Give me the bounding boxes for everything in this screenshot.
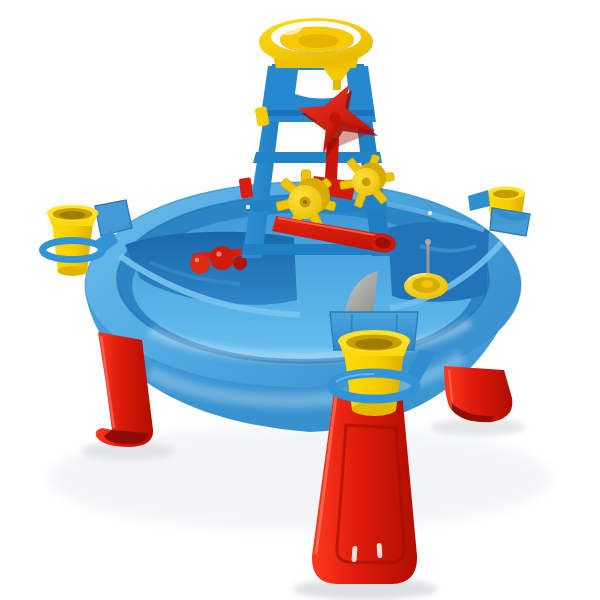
product-photo-stage bbox=[0, 0, 600, 600]
activity-table-illustration bbox=[0, 0, 600, 600]
funnel-tray bbox=[259, 18, 373, 68]
